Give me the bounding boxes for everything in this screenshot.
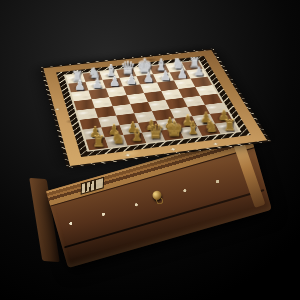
rosette-inlay-icon: ✦ xyxy=(168,147,178,153)
square-a7: ♟ xyxy=(68,82,88,93)
rosette-inlay-icon: ✦ xyxy=(123,152,133,158)
piece-black-pawn-a7: ♟ xyxy=(64,79,95,92)
square-d5 xyxy=(127,93,148,104)
rosette-inlay-icon: ✦ xyxy=(54,107,61,111)
piece-white-rook-a1: ♜ xyxy=(81,134,116,149)
square-h5 xyxy=(195,85,217,96)
rosette-inlay-icon: ✦ xyxy=(211,142,220,148)
inner-border-line: ♜♞♝♛♚♝♞♜♟♟♟♟♟♟♟♟♟♟♟♟♟♟♟♟♜♞♝♛♚♝♞♜ xyxy=(64,60,242,152)
square-a1: ♜ xyxy=(86,137,108,150)
chess-board: ♜♞♝♛♚♝♞♜♟♟♟♟♟♟♟♟♟♟♟♟♟♟♟♟♜♞♝♛♚♝♞♜ xyxy=(66,61,239,151)
square-g4 xyxy=(183,96,205,107)
inlay-ornament-band: ♜♞♝♛♚♝♞♜♟♟♟♟♟♟♟♟♟♟♟♟♟♟♟♟♜♞♝♛♚♝♞♜ xyxy=(56,56,251,157)
chess-set-photo: ✦ ✦ ✦ ✦ ♜♞♝♛♚♝♞♜♟♟♟♟♟♟♟♟♟♟♟♟♟♟♟♟♜♞♝♛♚♝♞♜ xyxy=(0,0,300,300)
square-a4 xyxy=(77,108,98,120)
square-g5 xyxy=(178,87,200,98)
square-a6 xyxy=(71,90,92,101)
